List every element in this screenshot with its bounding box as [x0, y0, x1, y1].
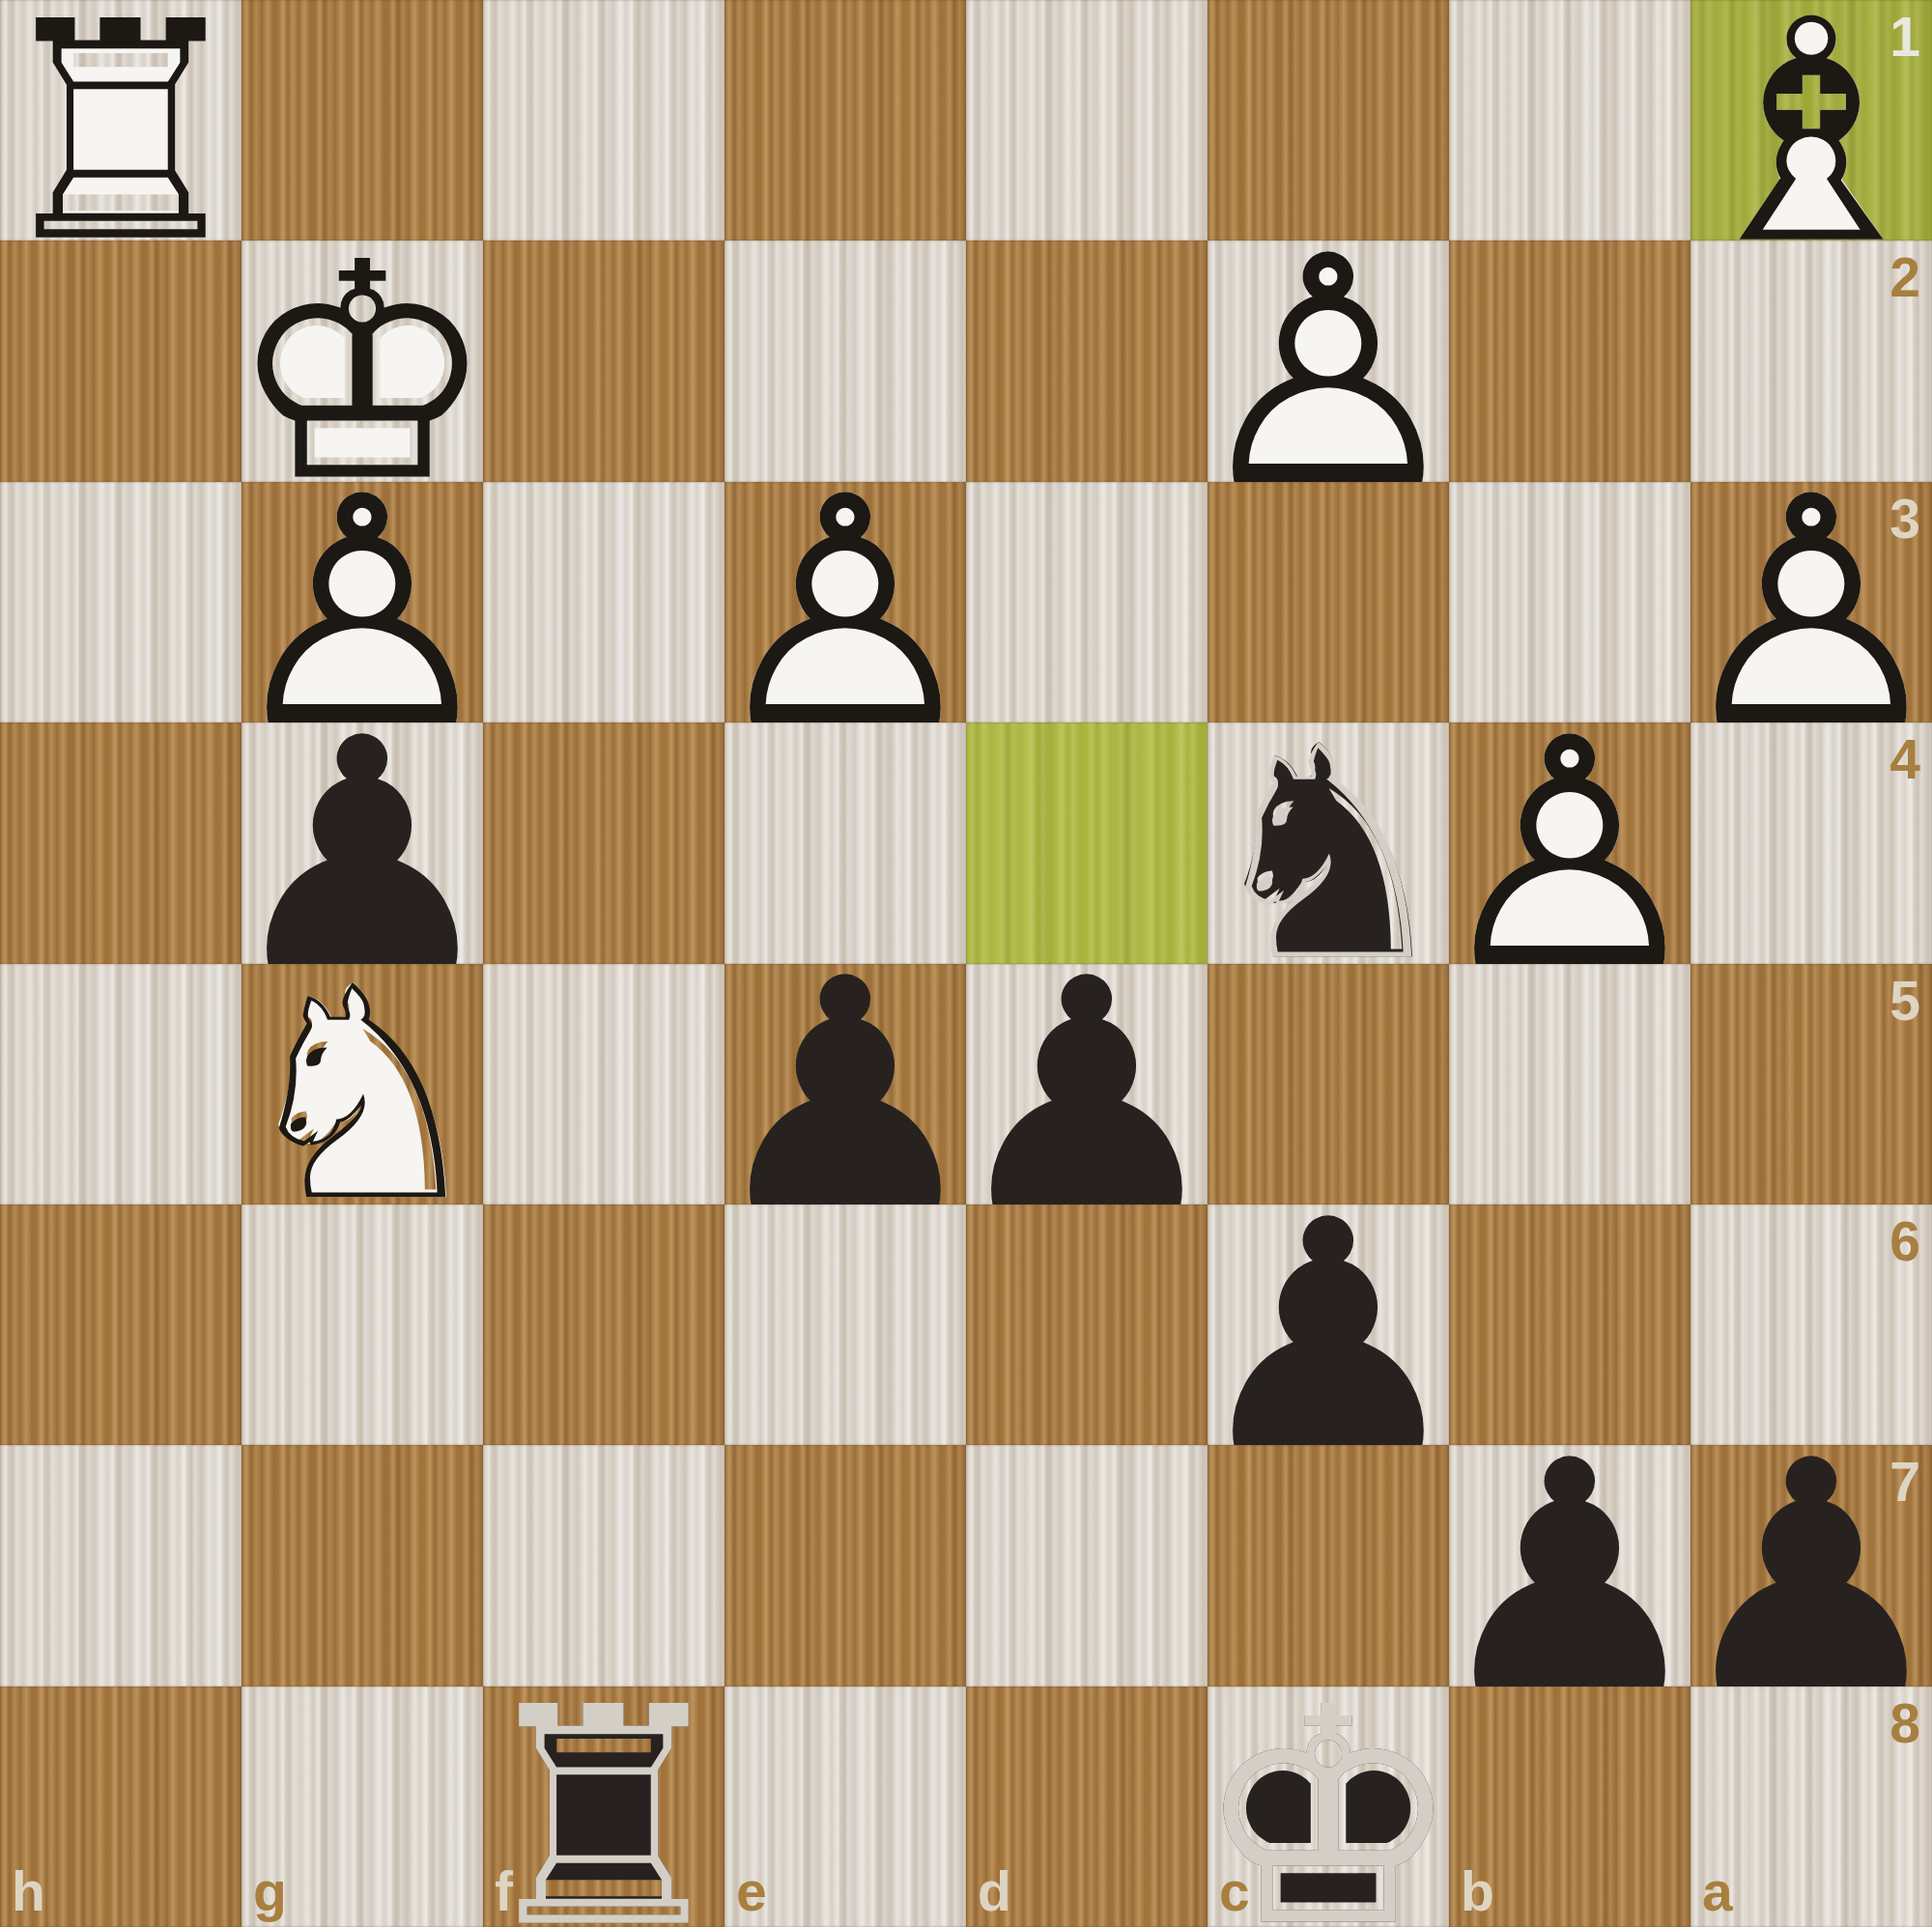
square-e5[interactable]: ♟	[724, 964, 966, 1204]
black-pawn[interactable]: ♟	[1449, 1445, 1690, 1686]
square-b8[interactable]: b	[1449, 1686, 1690, 1927]
rank-label-8: 8	[1889, 1696, 1920, 1751]
square-d2[interactable]	[966, 241, 1207, 481]
square-b7[interactable]: ♟	[1449, 1445, 1690, 1686]
square-g6[interactable]	[241, 1204, 483, 1445]
rank-label-5: 5	[1889, 974, 1920, 1029]
file-label-h: h	[12, 1864, 45, 1919]
square-c4[interactable]: ♞♘	[1207, 723, 1449, 963]
square-d7[interactable]	[966, 1445, 1207, 1686]
square-h6[interactable]	[0, 1204, 241, 1445]
square-f1[interactable]	[483, 0, 724, 241]
white-knight-outline-icon: ♘	[231, 949, 495, 1242]
square-h8[interactable]: h	[0, 1686, 241, 1927]
white-bishop[interactable]: ♝♗	[1690, 0, 1932, 241]
black-pawn[interactable]: ♟	[724, 964, 966, 1204]
square-c2[interactable]: ♟♙	[1207, 241, 1449, 481]
square-b5[interactable]	[1449, 964, 1690, 1204]
rank-label-2: 2	[1889, 250, 1920, 305]
black-king-outline-icon: ♔	[1194, 1669, 1463, 1927]
square-d8[interactable]: d	[966, 1686, 1207, 1927]
square-g5[interactable]: ♞♘	[241, 964, 483, 1204]
square-a4[interactable]: 4	[1690, 723, 1932, 963]
square-g8[interactable]: g	[241, 1686, 483, 1927]
black-rook[interactable]: ♜♖	[483, 1686, 724, 1927]
square-e3[interactable]: ♟♙	[724, 482, 966, 723]
file-label-d: d	[978, 1864, 1011, 1919]
square-e7[interactable]	[724, 1445, 966, 1686]
square-h2[interactable]	[0, 241, 241, 481]
file-label-e: e	[736, 1864, 767, 1919]
square-c6[interactable]: ♟	[1207, 1204, 1449, 1445]
square-g7[interactable]	[241, 1445, 483, 1686]
square-d5[interactable]: ♟	[966, 964, 1207, 1204]
black-knight-outline-icon: ♘	[1197, 708, 1461, 1002]
square-a7[interactable]: 7♟	[1690, 1445, 1932, 1686]
black-king[interactable]: ♚♔	[1207, 1686, 1449, 1927]
square-f2[interactable]	[483, 241, 724, 481]
black-pawn[interactable]: ♟	[966, 964, 1207, 1204]
square-a3[interactable]: 3♟♙	[1690, 482, 1932, 723]
white-knight[interactable]: ♞♘	[241, 964, 483, 1204]
black-knight[interactable]: ♞♘	[1207, 723, 1449, 963]
square-h7[interactable]	[0, 1445, 241, 1686]
square-a8[interactable]: a8	[1690, 1686, 1932, 1927]
file-label-g: g	[253, 1864, 287, 1919]
square-h1[interactable]: ♜♖	[0, 0, 241, 241]
square-d6[interactable]	[966, 1204, 1207, 1445]
chess-board: ♜♖1♝♗♚♔♟♙2♟♙♟♙3♟♙♟♞♘♟♙4♞♘♟♟5♟6♟7♟hgf♜♖ed…	[0, 0, 1932, 1927]
square-e6[interactable]	[724, 1204, 966, 1445]
square-f6[interactable]	[483, 1204, 724, 1445]
black-rook-outline-icon: ♖	[469, 1668, 739, 1927]
white-pawn[interactable]: ♟♙	[1449, 723, 1690, 963]
square-a5[interactable]: 5	[1690, 964, 1932, 1204]
square-f4[interactable]	[483, 723, 724, 963]
white-rook[interactable]: ♜♖	[0, 0, 241, 241]
square-d3[interactable]	[966, 482, 1207, 723]
black-pawn[interactable]: ♟	[1207, 1204, 1449, 1445]
square-b2[interactable]	[1449, 241, 1690, 481]
file-label-b: b	[1461, 1864, 1494, 1919]
square-f3[interactable]	[483, 482, 724, 723]
square-b1[interactable]	[1449, 0, 1690, 241]
white-pawn[interactable]: ♟♙	[1690, 482, 1932, 723]
square-e1[interactable]	[724, 0, 966, 241]
square-b4[interactable]: ♟♙	[1449, 723, 1690, 963]
square-h3[interactable]	[0, 482, 241, 723]
file-label-a: a	[1702, 1864, 1733, 1919]
square-h5[interactable]	[0, 964, 241, 1204]
square-f5[interactable]	[483, 964, 724, 1204]
square-d1[interactable]	[966, 0, 1207, 241]
square-f8[interactable]: f♜♖	[483, 1686, 724, 1927]
square-e8[interactable]: e	[724, 1686, 966, 1927]
black-pawn[interactable]: ♟	[1690, 1445, 1932, 1686]
rank-label-6: 6	[1889, 1214, 1920, 1269]
square-a1[interactable]: 1♝♗	[1690, 0, 1932, 241]
square-h4[interactable]	[0, 723, 241, 963]
white-pawn[interactable]: ♟♙	[1207, 241, 1449, 481]
white-pawn[interactable]: ♟♙	[724, 482, 966, 723]
rank-label-4: 4	[1889, 732, 1920, 787]
square-c8[interactable]: c♚♔	[1207, 1686, 1449, 1927]
